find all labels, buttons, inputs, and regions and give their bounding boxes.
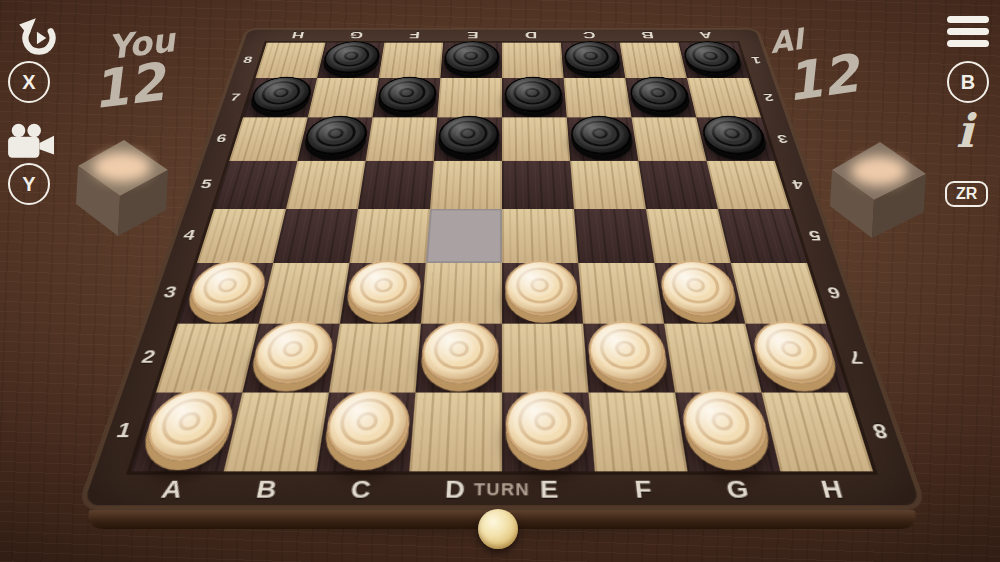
file-label-bottom-c: C [310, 469, 409, 510]
player-ai-piece-count: 12 [782, 43, 862, 112]
square-e5[interactable] [502, 161, 574, 209]
restart-icon[interactable] [14, 11, 64, 61]
turn-indicator-ball [478, 509, 518, 549]
white-piece-e1[interactable] [506, 389, 591, 460]
white-piece-c1[interactable] [322, 389, 412, 460]
file-label-top-e: E [443, 28, 502, 43]
b-button[interactable]: B [947, 61, 989, 103]
square-e3[interactable] [502, 263, 583, 324]
white-piece-d2[interactable] [420, 321, 499, 383]
square-e4[interactable] [502, 209, 578, 263]
square-f4[interactable] [574, 209, 655, 263]
square-d1[interactable] [409, 393, 502, 472]
file-label-bottom-h: H [780, 469, 886, 510]
square-g8[interactable] [620, 43, 687, 79]
black-piece-g7[interactable] [628, 77, 693, 113]
square-f8[interactable] [561, 43, 625, 79]
square-a7[interactable] [243, 78, 317, 117]
camera-icon[interactable] [6, 122, 54, 160]
black-piece-d6[interactable] [437, 116, 499, 155]
file-label-top-a: A [675, 28, 737, 43]
y-button[interactable]: Y [8, 163, 50, 205]
square-e1[interactable] [502, 393, 595, 472]
black-piece-h6[interactable] [699, 116, 771, 155]
square-d6[interactable] [434, 117, 502, 160]
square-c2[interactable] [329, 324, 421, 393]
black-piece-b8[interactable] [321, 41, 382, 73]
square-d3[interactable] [421, 263, 502, 324]
square-e8[interactable] [502, 43, 564, 79]
square-b7[interactable] [308, 78, 379, 117]
white-piece-f2[interactable] [586, 321, 670, 383]
square-e2[interactable] [502, 324, 589, 393]
square-e6[interactable] [502, 117, 570, 160]
black-piece-c7[interactable] [376, 77, 438, 113]
white-piece-e3[interactable] [505, 261, 579, 316]
square-f3[interactable] [578, 263, 664, 324]
square-b4[interactable] [273, 209, 358, 263]
turn-label: TURN [422, 471, 581, 507]
square-a8[interactable] [255, 43, 325, 79]
square-d2[interactable] [415, 324, 502, 393]
file-label-top-c: C [560, 28, 620, 43]
black-piece-a7[interactable] [247, 77, 315, 113]
game-screen: AHBGCFDEEDFCGBHA8172635445362718 TURN X … [0, 0, 1000, 562]
x-button[interactable]: X [8, 61, 50, 103]
info-icon[interactable]: i [956, 108, 973, 154]
file-label-bottom-f: F [595, 469, 694, 510]
black-piece-h8[interactable] [681, 41, 745, 73]
white-piece-b2[interactable] [248, 321, 337, 383]
square-g6[interactable] [632, 117, 707, 160]
file-label-top-h: H [267, 28, 329, 43]
square-g3[interactable] [655, 263, 746, 324]
black-piece-b6[interactable] [302, 116, 370, 155]
square-c5[interactable] [358, 161, 434, 209]
square-c3[interactable] [340, 263, 426, 324]
zr-button[interactable]: ZR [945, 181, 988, 207]
player-you-piece-count: 12 [89, 52, 168, 120]
file-label-bottom-b: B [215, 469, 317, 510]
left-piece-pedestal [60, 132, 180, 242]
square-d4[interactable] [426, 209, 502, 263]
square-d5[interactable] [430, 161, 502, 209]
square-f6[interactable] [567, 117, 639, 160]
file-label-top-f: F [384, 28, 444, 43]
square-c8[interactable] [379, 43, 443, 79]
square-f7[interactable] [564, 78, 632, 117]
menu-icon[interactable] [947, 16, 989, 52]
square-c7[interactable] [372, 78, 440, 117]
zr-button-label: ZR [956, 185, 977, 202]
square-d8[interactable] [440, 43, 502, 79]
square-a6[interactable] [229, 117, 307, 160]
file-label-top-g: G [325, 28, 386, 43]
b-button-label: B [961, 71, 975, 94]
black-piece-f8[interactable] [563, 41, 622, 73]
square-b3[interactable] [259, 263, 350, 324]
file-label-top-b: B [617, 28, 678, 43]
x-button-label: X [22, 71, 35, 94]
white-piece-g3[interactable] [657, 261, 740, 316]
square-b6[interactable] [297, 117, 372, 160]
black-piece-e7[interactable] [505, 77, 564, 113]
file-label-top-d: D [502, 28, 561, 43]
square-e7[interactable] [502, 78, 567, 117]
right-piece-pedestal [824, 132, 939, 242]
square-f1[interactable] [589, 393, 688, 472]
square-f2[interactable] [583, 324, 675, 393]
file-label-bottom-a: A [119, 469, 225, 510]
y-button-label: Y [22, 173, 35, 196]
white-piece-g1[interactable] [678, 389, 774, 460]
square-c1[interactable] [316, 393, 415, 472]
white-piece-a3[interactable] [184, 261, 271, 316]
square-c4[interactable] [349, 209, 430, 263]
black-piece-f6[interactable] [569, 116, 634, 155]
square-f5[interactable] [570, 161, 646, 209]
white-piece-c3[interactable] [344, 261, 422, 316]
square-g7[interactable] [625, 78, 696, 117]
square-b5[interactable] [286, 161, 366, 209]
square-g5[interactable] [638, 161, 718, 209]
square-d7[interactable] [437, 78, 502, 117]
square-b2[interactable] [242, 324, 339, 393]
square-g4[interactable] [646, 209, 731, 263]
square-b8[interactable] [317, 43, 384, 79]
square-b1[interactable] [224, 393, 329, 472]
black-piece-d8[interactable] [443, 41, 499, 73]
square-c6[interactable] [366, 117, 438, 160]
file-label-bottom-g: G [687, 469, 789, 510]
